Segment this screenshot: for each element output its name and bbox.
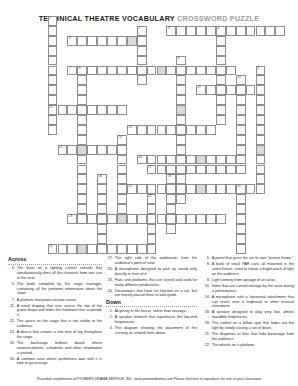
- crossword-cell[interactable]: [176, 194, 186, 204]
- clue-item-across-5: 5.The book compiled by the stage manager…: [8, 282, 102, 296]
- crossword-cell[interactable]: [186, 165, 196, 175]
- crossword-cell[interactable]: [77, 85, 87, 95]
- crossword-cell[interactable]: [107, 214, 117, 224]
- clue-item-down-9: 9.Light coming from upstage of an actor.: [203, 278, 294, 283]
- clue-item-down-19: 19.The control on a follow spot that fad…: [203, 321, 294, 331]
- crossword-cell[interactable]: [206, 125, 216, 135]
- crossword-cell[interactable]: [147, 125, 157, 135]
- clue-item-number: 4.: [106, 326, 115, 336]
- crossword-cell[interactable]: [117, 244, 127, 254]
- clue-item-across-11: 11.A small drapery that runs across the …: [8, 304, 102, 318]
- crossword-cell[interactable]: [97, 204, 107, 214]
- crossword-cell[interactable]: [256, 174, 266, 184]
- clue-column-1: Across3.The lever on a lighting control …: [8, 256, 102, 368]
- crossword-cell[interactable]: [166, 155, 176, 165]
- crossword-cell[interactable]: [256, 115, 266, 125]
- crossword-cell[interactable]: [77, 115, 87, 125]
- crossword-cell[interactable]: [206, 165, 216, 175]
- clue-number: 24: [49, 245, 52, 248]
- crossword-cell[interactable]: [48, 56, 58, 66]
- crossword-cell[interactable]: [77, 125, 87, 135]
- clue-item-text: A small drapery that runs across the top…: [17, 304, 102, 318]
- crossword-cell[interactable]: [77, 155, 87, 165]
- crossword-cell[interactable]: [275, 26, 285, 36]
- clue-item-number: 10.: [203, 284, 212, 294]
- crossword-cell[interactable]: [87, 244, 97, 254]
- crossword-cell[interactable]: [176, 115, 186, 125]
- crossword-cell[interactable]: [216, 75, 226, 85]
- crossword-cell-shaded[interactable]: [157, 66, 167, 76]
- crossword-cell[interactable]: 22: [147, 194, 157, 204]
- crossword-cell[interactable]: [176, 125, 186, 135]
- crossword-cell[interactable]: [216, 46, 226, 56]
- crossword-cell-shaded[interactable]: [77, 145, 87, 155]
- crossword-cell[interactable]: [117, 174, 127, 184]
- clue-number: 6: [178, 57, 180, 60]
- crossword-cell[interactable]: [147, 66, 157, 76]
- crossword-cell[interactable]: [176, 145, 186, 155]
- crossword-cell[interactable]: [216, 184, 226, 194]
- crossword-cell[interactable]: [206, 66, 216, 76]
- crossword-cell[interactable]: [87, 36, 97, 46]
- crossword-cell[interactable]: [107, 145, 117, 155]
- clue-number: 12: [49, 106, 52, 109]
- crossword-cell[interactable]: 15: [58, 145, 68, 155]
- clue-item-text: The book compiled by the stage manager, …: [17, 282, 102, 296]
- crossword-cell[interactable]: [117, 155, 127, 165]
- crossword-cell[interactable]: [196, 165, 206, 175]
- crossword-cell[interactable]: [236, 234, 246, 244]
- clue-item-number: 19.: [203, 321, 212, 331]
- crossword-cell[interactable]: [176, 75, 186, 85]
- crossword-cell[interactable]: 5: [67, 36, 77, 46]
- crossword-cell[interactable]: [176, 95, 186, 105]
- crossword-cell[interactable]: [58, 244, 68, 254]
- crossword-cell[interactable]: [77, 135, 87, 145]
- crossword-cell[interactable]: [117, 105, 127, 115]
- clue-item-number: 1.: [106, 309, 115, 314]
- crossword-cell-shaded[interactable]: [77, 244, 87, 254]
- crossword-cell[interactable]: [216, 105, 226, 115]
- crossword-cell[interactable]: [137, 244, 147, 254]
- clue-item-text: The lever on a lighting control console …: [17, 266, 102, 280]
- crossword-cell[interactable]: [256, 95, 266, 105]
- crossword-cell[interactable]: [97, 234, 107, 244]
- crossword-cell[interactable]: [107, 66, 117, 76]
- crossword-cell-shaded[interactable]: [196, 155, 206, 165]
- crossword-cell[interactable]: [216, 95, 226, 105]
- crossword-cell[interactable]: [97, 214, 107, 224]
- clue-number: 19: [168, 175, 171, 178]
- crossword-cell[interactable]: [147, 214, 157, 224]
- clue-item-text: Items that are carried onstage by the ac…: [212, 284, 294, 294]
- crossword-cell[interactable]: [236, 26, 246, 36]
- clue-number: 17: [148, 166, 151, 169]
- crossword-cell[interactable]: [77, 36, 87, 46]
- clue-item-across-16: 16.A common area where performers wait u…: [8, 357, 102, 367]
- across-header: Across: [8, 257, 102, 265]
- crossword-cell[interactable]: [166, 125, 176, 135]
- crossword-cell[interactable]: [97, 224, 107, 234]
- clue-item-text: The control on a follow spot that fades …: [212, 321, 294, 331]
- clue-number: 22: [148, 195, 151, 198]
- crossword-cell[interactable]: [77, 165, 87, 175]
- clue-number: 5: [69, 37, 71, 40]
- crossword-cell[interactable]: [256, 85, 266, 95]
- crossword-cell[interactable]: [176, 135, 186, 145]
- crossword-cell[interactable]: [48, 66, 58, 76]
- clue-item-text: A platform that pivots on one corner.: [17, 298, 102, 303]
- crossword-cell[interactable]: [256, 184, 266, 194]
- crossword-cell[interactable]: [48, 36, 58, 46]
- crossword-cell[interactable]: [137, 36, 147, 46]
- crossword-cell[interactable]: [206, 26, 216, 36]
- crossword-cell[interactable]: [196, 66, 206, 76]
- crossword-cell[interactable]: [256, 135, 266, 145]
- crossword-cell[interactable]: [157, 155, 167, 165]
- crossword-cell[interactable]: [246, 26, 256, 36]
- crossword-cell[interactable]: [236, 194, 246, 204]
- clue-item-down-18: 18.A speaker designed to play very low, …: [203, 310, 294, 320]
- crossword-cell[interactable]: [186, 66, 196, 76]
- crossword-cell[interactable]: [137, 125, 147, 135]
- clue-number: 4: [217, 27, 219, 30]
- crossword-cell[interactable]: [97, 36, 107, 46]
- crossword-cell[interactable]: [48, 125, 58, 135]
- clue-item-down-10: 10.Items that are carried onstage by the…: [203, 284, 294, 294]
- crossword-cell[interactable]: [236, 204, 246, 214]
- clue-item-text: A speaker designed to play very low, alm…: [212, 310, 294, 320]
- clue-item-text: The diagram showing the placement of the…: [115, 326, 197, 336]
- clue-item-text: The backstage bulletin board where annou…: [17, 341, 102, 355]
- crossword-cell[interactable]: [216, 155, 226, 165]
- crossword-cell[interactable]: 20: [127, 184, 137, 194]
- crossword-cell-shaded[interactable]: [176, 105, 186, 115]
- crossword-cell[interactable]: [186, 214, 196, 224]
- clue-item-number: 21.: [203, 332, 212, 342]
- crossword-cell[interactable]: [117, 145, 127, 155]
- clue-item-down-22: 22.The wheels on a platform.: [203, 343, 294, 348]
- crossword-cell[interactable]: [157, 125, 167, 135]
- crossword-cell[interactable]: 3: [166, 26, 176, 36]
- clue-number: 21: [237, 185, 240, 188]
- crossword-cell[interactable]: [107, 36, 117, 46]
- crossword-cell[interactable]: [77, 174, 87, 184]
- crossword-cell[interactable]: 18: [97, 174, 107, 184]
- crossword-cell[interactable]: [186, 26, 196, 36]
- crossword-cell[interactable]: 16: [137, 155, 147, 165]
- clue-item-number: 20.: [106, 267, 115, 277]
- clue-item-text: A microphone with a horizontal attachmen…: [212, 295, 294, 309]
- crossword-cell[interactable]: [176, 184, 186, 194]
- clue-number: 20: [128, 185, 131, 188]
- crossword-cell[interactable]: 17: [147, 165, 157, 175]
- crossword-cell[interactable]: [117, 36, 127, 46]
- clue-item-text: Flats and platforms that are stored and …: [115, 278, 197, 288]
- crossword-cell[interactable]: [226, 66, 236, 76]
- crossword-cell[interactable]: 1: [48, 16, 58, 26]
- crossword-cell[interactable]: [157, 214, 167, 224]
- crossword-cell[interactable]: [147, 234, 157, 244]
- crossword-cell[interactable]: [256, 165, 266, 175]
- crossword-cell[interactable]: [216, 66, 226, 76]
- clue-item-down-6: 6.A portal that gives the set its own "p…: [203, 256, 294, 261]
- crossword-cell[interactable]: [107, 244, 117, 254]
- crossword-cell[interactable]: [87, 66, 97, 76]
- clue-item-across-24: 24.Decorations that have no function on …: [106, 289, 197, 299]
- crossword-cell[interactable]: [216, 85, 226, 95]
- crossword-cell[interactable]: [236, 214, 246, 224]
- clue-number: 11: [198, 86, 201, 89]
- crossword-cell[interactable]: [176, 165, 186, 175]
- clue-item-number: 17.: [106, 256, 115, 266]
- crossword-cell[interactable]: [147, 155, 157, 165]
- crossword-cell[interactable]: [166, 224, 176, 234]
- crossword-cell[interactable]: [166, 184, 176, 194]
- down-header: Down: [106, 300, 197, 308]
- clue-item-number: 12.: [8, 319, 17, 329]
- clue-number: 2: [138, 27, 140, 30]
- crossword-cell[interactable]: [147, 224, 157, 234]
- clue-item-down-14: 14.A microphone with a horizontal attach…: [203, 295, 294, 309]
- crossword-cell-shaded[interactable]: [117, 214, 127, 224]
- clue-item-text: The space on the stage that is not visib…: [17, 319, 102, 329]
- crossword-cell[interactable]: [147, 184, 157, 194]
- crossword-cell[interactable]: [58, 105, 68, 115]
- clue-item-text: Light coming from upstage of an actor.: [212, 278, 294, 283]
- crossword-cell[interactable]: [216, 56, 226, 66]
- crossword-cell[interactable]: 7: [67, 66, 77, 76]
- crossword-cell[interactable]: 21: [236, 184, 246, 194]
- crossword-cell[interactable]: 24: [48, 244, 58, 254]
- clue-item-number: 23.: [106, 278, 115, 288]
- crossword-cell[interactable]: [246, 85, 256, 95]
- clue-item-number: 5.: [8, 282, 17, 296]
- crossword-cell[interactable]: [176, 26, 186, 36]
- crossword-cell[interactable]: [67, 105, 77, 115]
- crossword-cell[interactable]: [166, 165, 176, 175]
- crossword-cell[interactable]: [117, 204, 127, 214]
- clue-item-number: 13.: [8, 330, 17, 340]
- clue-item-number: 24.: [106, 289, 115, 299]
- crossword-cell[interactable]: [48, 46, 58, 56]
- crossword-cell[interactable]: [97, 244, 107, 254]
- crossword-cell[interactable]: 10: [236, 75, 246, 85]
- crossword-cell[interactable]: [127, 214, 137, 224]
- crossword-cell[interactable]: [226, 165, 236, 175]
- crossword-cell[interactable]: [216, 115, 226, 125]
- footer-credit: Provided compliments of PIONEER DRAMA SE…: [4, 377, 294, 381]
- crossword-cell[interactable]: 14: [117, 135, 127, 145]
- crossword-cell[interactable]: 11: [196, 85, 206, 95]
- crossword-cell[interactable]: [236, 105, 246, 115]
- clue-item-number: 16.: [8, 357, 17, 367]
- crossword-cell[interactable]: [127, 244, 137, 254]
- crossword-cell[interactable]: 9: [256, 66, 266, 76]
- crossword-cell[interactable]: [77, 194, 87, 204]
- crossword-cell[interactable]: [196, 125, 206, 135]
- crossword-cell[interactable]: [77, 105, 87, 115]
- crossword-cell[interactable]: [147, 204, 157, 214]
- crossword-cell[interactable]: [236, 145, 246, 155]
- crossword-cell[interactable]: [117, 165, 127, 175]
- crossword-cell[interactable]: 13: [127, 125, 137, 135]
- crossword-cell[interactable]: [256, 125, 266, 135]
- crossword-cell[interactable]: [137, 46, 147, 56]
- crossword-cell[interactable]: [176, 214, 186, 224]
- clue-item-text: The right side of the auditorium, from t…: [115, 256, 197, 266]
- crossword-cell[interactable]: [216, 165, 226, 175]
- crossword-cell[interactable]: 8: [77, 66, 87, 76]
- crossword-cell[interactable]: [236, 115, 246, 125]
- crossword-cell[interactable]: [67, 244, 77, 254]
- crossword-cell[interactable]: [127, 66, 137, 76]
- crossword-cell[interactable]: [48, 75, 58, 85]
- crossword-cell[interactable]: [97, 105, 107, 115]
- crossword-cell[interactable]: [265, 26, 275, 36]
- crossword-cell[interactable]: [236, 135, 246, 145]
- crossword-cell[interactable]: [176, 66, 186, 76]
- crossword-cell[interactable]: [67, 145, 77, 155]
- crossword-cell[interactable]: 19: [166, 174, 176, 184]
- crossword-cell[interactable]: 23: [67, 214, 77, 224]
- crossword-cell[interactable]: [236, 155, 246, 165]
- crossword-cell-shaded[interactable]: [196, 184, 206, 194]
- crossword-cell[interactable]: [176, 174, 186, 184]
- crossword-cell[interactable]: [246, 184, 256, 194]
- clue-item-text: A bank of small PAR cans all mounted in …: [212, 262, 294, 276]
- crossword-cell[interactable]: [226, 155, 236, 165]
- crossword-cell[interactable]: [226, 85, 236, 95]
- clue-number: 9: [257, 67, 259, 70]
- clue-item-number: 22.: [203, 343, 212, 348]
- crossword-cell[interactable]: 12: [48, 105, 58, 115]
- crossword-cell[interactable]: [117, 184, 127, 194]
- crossword-cell[interactable]: [166, 66, 176, 76]
- crossword-cell[interactable]: [77, 95, 87, 105]
- crossword-cell[interactable]: [256, 105, 266, 115]
- crossword-cell[interactable]: 2: [137, 26, 147, 36]
- clue-item-across-7: 7.A platform that pivots on one corner.: [8, 298, 102, 303]
- clue-item-number: 6.: [203, 256, 212, 261]
- crossword-cell[interactable]: [166, 204, 176, 214]
- clue-item-number: 3.: [8, 266, 17, 280]
- clue-item-text: Decorations that have no function on a s…: [115, 289, 197, 299]
- crossword-cell[interactable]: [236, 224, 246, 234]
- crossword-cell[interactable]: [256, 75, 266, 85]
- crossword-cell[interactable]: [256, 155, 266, 165]
- clue-item-down-21: 21.The draperies or flats that hide back…: [203, 332, 294, 342]
- crossword-cell-shaded[interactable]: [127, 36, 137, 46]
- crossword-cell[interactable]: [206, 214, 216, 224]
- crossword-cell-shaded[interactable]: [256, 145, 266, 155]
- clue-item-text: The wheels on a platform.: [212, 343, 294, 348]
- crossword-cell[interactable]: [236, 244, 246, 254]
- clue-item-text: A microphone designed to pick up sound o…: [115, 267, 197, 277]
- crossword-cell[interactable]: [137, 66, 147, 76]
- crossword-cell[interactable]: [236, 165, 246, 175]
- crossword-cell[interactable]: [166, 214, 176, 224]
- crossword-cell[interactable]: [206, 184, 216, 194]
- crossword-cell[interactable]: [186, 125, 196, 135]
- crossword-cell[interactable]: [107, 105, 117, 115]
- clue-item-across-20: 20.A microphone designed to pick up soun…: [106, 267, 197, 277]
- crossword-cell[interactable]: [176, 155, 186, 165]
- crossword-cell[interactable]: [216, 214, 226, 224]
- clue-item-across-17: 17.The right side of the auditorium, fro…: [106, 256, 197, 266]
- clue-item-number: 15.: [8, 341, 17, 355]
- crossword-cell[interactable]: [77, 214, 87, 224]
- crossword-cell[interactable]: 6: [176, 56, 186, 66]
- crossword-cell[interactable]: [216, 36, 226, 46]
- crossword-cell[interactable]: [48, 115, 58, 125]
- clue-number: 3: [168, 27, 170, 30]
- clue-item-down-4: 4.The diagram showing the placement of t…: [106, 326, 197, 336]
- clue-item-number: 11.: [8, 304, 17, 318]
- crossword-cell[interactable]: [77, 204, 87, 214]
- crossword-cell[interactable]: [186, 184, 196, 194]
- crossword-cell[interactable]: [196, 26, 206, 36]
- crossword-cell[interactable]: [97, 145, 107, 155]
- crossword-cell[interactable]: [157, 165, 167, 175]
- clue-number: 1: [49, 17, 51, 20]
- clue-item-text: Anything in the house, rather than onsta…: [115, 309, 197, 314]
- crossword-cell[interactable]: [77, 75, 87, 85]
- crossword-cell[interactable]: [176, 85, 186, 95]
- clue-column-3: 6.A portal that gives the set its own "p…: [203, 256, 294, 349]
- crossword-grid: 123456789101112131415161718192021222324: [0, 0, 298, 258]
- crossword-cell[interactable]: [157, 184, 167, 194]
- crossword-cell[interactable]: [137, 56, 147, 66]
- crossword-cell[interactable]: [137, 214, 147, 224]
- clue-item-number: 7.: [8, 298, 17, 303]
- crossword-cell[interactable]: [206, 155, 216, 165]
- clue-number: 8: [79, 67, 81, 70]
- crossword-cell[interactable]: [117, 66, 127, 76]
- clue-number: 18: [99, 175, 102, 178]
- crossword-cell[interactable]: [226, 26, 236, 36]
- crossword-cell[interactable]: [236, 85, 246, 95]
- crossword-cell[interactable]: [186, 155, 196, 165]
- crossword-cell[interactable]: [196, 214, 206, 224]
- crossword-cell[interactable]: [77, 184, 87, 194]
- crossword-cell[interactable]: [206, 85, 216, 95]
- crossword-cell[interactable]: [117, 194, 127, 204]
- crossword-cell[interactable]: [97, 184, 107, 194]
- crossword-cell[interactable]: [147, 244, 157, 254]
- crossword-cell[interactable]: [137, 75, 147, 85]
- crossword-cell[interactable]: [236, 125, 246, 135]
- crossword-cell[interactable]: [87, 145, 97, 155]
- clue-item-number: 18.: [203, 310, 212, 320]
- crossword-cell[interactable]: [236, 95, 246, 105]
- crossword-cell[interactable]: [87, 105, 97, 115]
- puzzle-page: TECHNICAL THEATRE VOCABULARY CROSSWORD P…: [0, 0, 298, 386]
- crossword-cell[interactable]: 4: [216, 26, 226, 36]
- crossword-cell[interactable]: [97, 66, 107, 76]
- crossword-cell[interactable]: [97, 194, 107, 204]
- crossword-cell[interactable]: [87, 214, 97, 224]
- crossword-cell[interactable]: [48, 95, 58, 105]
- clue-item-text: A common area where performers wait unti…: [17, 357, 102, 367]
- crossword-cell[interactable]: [137, 184, 147, 194]
- crossword-cell[interactable]: [48, 85, 58, 95]
- crossword-cell[interactable]: [226, 184, 236, 194]
- crossword-cell[interactable]: [166, 194, 176, 204]
- crossword-cell[interactable]: [48, 26, 58, 36]
- clue-item-down-8: 8.A bank of small PAR cans all mounted i…: [203, 262, 294, 276]
- crossword-cell[interactable]: [256, 26, 266, 36]
